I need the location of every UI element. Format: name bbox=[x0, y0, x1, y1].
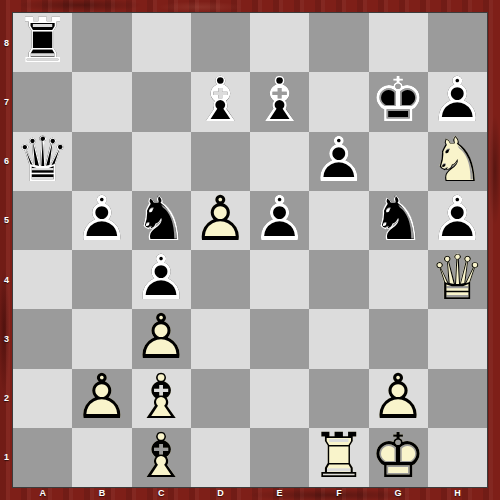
white-pawn-icon[interactable]: ♟♙ bbox=[72, 369, 131, 428]
rank-label-8: 8 bbox=[0, 13, 13, 72]
file-label-b: B bbox=[72, 487, 131, 500]
square-g7[interactable]: ♚♔ bbox=[369, 72, 428, 131]
piece-outline-glyph: ♙ bbox=[72, 191, 131, 250]
file-label-g: G bbox=[369, 487, 428, 500]
black-pawn-icon[interactable]: ♟♙ bbox=[72, 191, 131, 250]
square-f4[interactable] bbox=[309, 250, 368, 309]
piece-outline-glyph: ♕ bbox=[13, 132, 72, 191]
square-f6[interactable]: ♟♙ bbox=[309, 132, 368, 191]
square-c7[interactable] bbox=[132, 72, 191, 131]
rank-label-7: 7 bbox=[0, 72, 13, 131]
white-bishop-icon[interactable]: ♝♗ bbox=[132, 428, 191, 487]
square-h2[interactable] bbox=[428, 369, 487, 428]
rank-label-5: 5 bbox=[0, 191, 13, 250]
piece-outline-glyph: ♗ bbox=[132, 428, 191, 487]
piece-outline-glyph: ♙ bbox=[309, 132, 368, 191]
square-d2[interactable] bbox=[191, 369, 250, 428]
rank-label-2: 2 bbox=[0, 369, 13, 428]
piece-outline-glyph: ♘ bbox=[369, 191, 428, 250]
piece-outline-glyph: ♕ bbox=[428, 250, 487, 309]
square-e1[interactable] bbox=[250, 428, 309, 487]
chess-board: ♜♖♝♗♝♗♚♔♟♙♛♕♟♙♞♘♟♙♞♘♟♙♟♙♞♘♟♙♟♙♛♕♟♙♟♙♝♗♟♙… bbox=[13, 13, 487, 487]
rank-label-4: 4 bbox=[0, 250, 13, 309]
square-e4[interactable] bbox=[250, 250, 309, 309]
black-bishop-icon[interactable]: ♝♗ bbox=[250, 72, 309, 131]
square-a2[interactable] bbox=[13, 369, 72, 428]
square-g5[interactable]: ♞♘ bbox=[369, 191, 428, 250]
white-king-icon[interactable]: ♚♔ bbox=[369, 428, 428, 487]
file-label-e: E bbox=[250, 487, 309, 500]
square-e7[interactable]: ♝♗ bbox=[250, 72, 309, 131]
square-e3[interactable] bbox=[250, 309, 309, 368]
black-pawn-icon[interactable]: ♟♙ bbox=[309, 132, 368, 191]
square-f8[interactable] bbox=[309, 13, 368, 72]
square-a6[interactable]: ♛♕ bbox=[13, 132, 72, 191]
file-label-h: H bbox=[428, 487, 487, 500]
piece-outline-glyph: ♗ bbox=[191, 72, 250, 131]
square-d4[interactable] bbox=[191, 250, 250, 309]
square-f1[interactable]: ♜♖ bbox=[309, 428, 368, 487]
black-queen-icon[interactable]: ♛♕ bbox=[13, 132, 72, 191]
piece-outline-glyph: ♔ bbox=[369, 428, 428, 487]
piece-outline-glyph: ♖ bbox=[309, 428, 368, 487]
black-rook-icon[interactable]: ♜♖ bbox=[13, 13, 72, 72]
white-queen-icon[interactable]: ♛♕ bbox=[428, 250, 487, 309]
square-b5[interactable]: ♟♙ bbox=[72, 191, 131, 250]
square-e2[interactable] bbox=[250, 369, 309, 428]
piece-outline-glyph: ♙ bbox=[191, 191, 250, 250]
square-h1[interactable] bbox=[428, 428, 487, 487]
rank-label-3: 3 bbox=[0, 309, 13, 368]
square-c8[interactable] bbox=[132, 13, 191, 72]
square-g4[interactable] bbox=[369, 250, 428, 309]
rank-label-6: 6 bbox=[0, 132, 13, 191]
black-knight-icon[interactable]: ♞♘ bbox=[369, 191, 428, 250]
square-a8[interactable]: ♜♖ bbox=[13, 13, 72, 72]
square-d1[interactable] bbox=[191, 428, 250, 487]
file-label-c: C bbox=[132, 487, 191, 500]
square-b8[interactable] bbox=[72, 13, 131, 72]
file-label-d: D bbox=[191, 487, 250, 500]
black-pawn-icon[interactable]: ♟♙ bbox=[250, 191, 309, 250]
file-label-f: F bbox=[309, 487, 368, 500]
square-h3[interactable] bbox=[428, 309, 487, 368]
piece-outline-glyph: ♔ bbox=[369, 72, 428, 131]
white-pawn-icon[interactable]: ♟♙ bbox=[191, 191, 250, 250]
square-c1[interactable]: ♝♗ bbox=[132, 428, 191, 487]
square-a5[interactable] bbox=[13, 191, 72, 250]
piece-outline-glyph: ♖ bbox=[13, 13, 72, 72]
white-rook-icon[interactable]: ♜♖ bbox=[309, 428, 368, 487]
square-a1[interactable] bbox=[13, 428, 72, 487]
square-b7[interactable] bbox=[72, 72, 131, 131]
square-g1[interactable]: ♚♔ bbox=[369, 428, 428, 487]
piece-outline-glyph: ♙ bbox=[250, 191, 309, 250]
square-a3[interactable] bbox=[13, 309, 72, 368]
square-b1[interactable] bbox=[72, 428, 131, 487]
piece-outline-glyph: ♙ bbox=[72, 369, 131, 428]
rank-label-1: 1 bbox=[0, 428, 13, 487]
square-d7[interactable]: ♝♗ bbox=[191, 72, 250, 131]
file-label-a: A bbox=[13, 487, 72, 500]
chess-board-frame: ♜♖♝♗♝♗♚♔♟♙♛♕♟♙♞♘♟♙♞♘♟♙♟♙♞♘♟♙♟♙♛♕♟♙♟♙♝♗♟♙… bbox=[0, 0, 500, 500]
square-f3[interactable] bbox=[309, 309, 368, 368]
square-e5[interactable]: ♟♙ bbox=[250, 191, 309, 250]
square-b2[interactable]: ♟♙ bbox=[72, 369, 131, 428]
square-f5[interactable] bbox=[309, 191, 368, 250]
square-b4[interactable] bbox=[72, 250, 131, 309]
piece-outline-glyph: ♗ bbox=[250, 72, 309, 131]
square-h4[interactable]: ♛♕ bbox=[428, 250, 487, 309]
black-king-icon[interactable]: ♚♔ bbox=[369, 72, 428, 131]
square-d5[interactable]: ♟♙ bbox=[191, 191, 250, 250]
square-a4[interactable] bbox=[13, 250, 72, 309]
square-d3[interactable] bbox=[191, 309, 250, 368]
black-bishop-icon[interactable]: ♝♗ bbox=[191, 72, 250, 131]
